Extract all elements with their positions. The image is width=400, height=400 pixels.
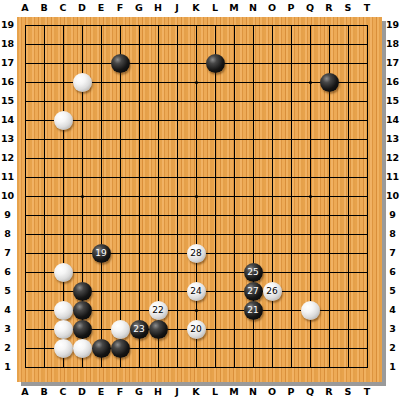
column-label-bottom-N: N (244, 385, 262, 399)
column-label-top-S: S (339, 1, 357, 15)
column-label-top-Q: Q (301, 1, 319, 15)
row-label-left-16: 16 (0, 75, 15, 89)
stone-black-N6[interactable]: 25 (244, 263, 263, 282)
star-point (195, 309, 198, 312)
column-label-top-L: L (206, 1, 224, 15)
column-label-top-O: O (263, 1, 281, 15)
move-number: 23 (133, 320, 144, 339)
column-label-bottom-P: P (282, 385, 300, 399)
column-label-bottom-D: D (73, 385, 91, 399)
column-label-top-K: K (187, 1, 205, 15)
column-label-bottom-M: M (225, 385, 243, 399)
column-label-bottom-J: J (168, 385, 186, 399)
stone-black-G3[interactable]: 23 (130, 320, 149, 339)
move-number: 26 (266, 282, 277, 301)
row-label-left-14: 14 (0, 113, 15, 127)
column-label-bottom-R: R (320, 385, 338, 399)
row-label-right-3: 3 (385, 322, 400, 336)
move-number: 27 (247, 282, 258, 301)
stone-white-D2[interactable] (73, 339, 92, 358)
stone-black-D3[interactable] (73, 320, 92, 339)
row-label-right-11: 11 (385, 170, 400, 184)
board-grid[interactable]: 19282524272622212320 (16, 16, 377, 377)
column-label-top-J: J (168, 1, 186, 15)
column-label-bottom-C: C (54, 385, 72, 399)
row-label-left-11: 11 (0, 170, 15, 184)
stone-black-N5[interactable]: 27 (244, 282, 263, 301)
star-point (309, 81, 312, 84)
row-label-right-4: 4 (385, 303, 400, 317)
column-label-top-C: C (54, 1, 72, 15)
column-label-top-E: E (92, 1, 110, 15)
row-label-right-2: 2 (385, 341, 400, 355)
move-number: 25 (247, 263, 258, 282)
column-label-top-T: T (358, 1, 376, 15)
column-label-bottom-G: G (130, 385, 148, 399)
stone-white-C6[interactable] (54, 263, 73, 282)
stone-white-K7[interactable]: 28 (187, 244, 206, 263)
row-label-right-16: 16 (385, 75, 400, 89)
row-label-left-15: 15 (0, 94, 15, 108)
row-label-right-6: 6 (385, 265, 400, 279)
go-board-page: 19282524272622212320 ABCDEFGHJKLMNOPQRST… (0, 0, 400, 400)
row-label-right-19: 19 (385, 18, 400, 32)
stone-black-F17[interactable] (111, 54, 130, 73)
column-label-top-G: G (130, 1, 148, 15)
stone-black-D5[interactable] (73, 282, 92, 301)
row-label-left-13: 13 (0, 132, 15, 146)
row-label-right-15: 15 (385, 94, 400, 108)
column-label-bottom-S: S (339, 385, 357, 399)
column-label-top-H: H (149, 1, 167, 15)
row-label-right-7: 7 (385, 246, 400, 260)
row-label-left-18: 18 (0, 37, 15, 51)
column-label-bottom-O: O (263, 385, 281, 399)
column-label-bottom-F: F (111, 385, 129, 399)
row-label-left-17: 17 (0, 56, 15, 70)
column-label-bottom-B: B (35, 385, 53, 399)
stone-white-C3[interactable] (54, 320, 73, 339)
column-label-top-F: F (111, 1, 129, 15)
column-label-top-N: N (244, 1, 262, 15)
stone-black-E2[interactable] (92, 339, 111, 358)
row-label-left-6: 6 (0, 265, 15, 279)
row-label-left-9: 9 (0, 208, 15, 222)
column-label-bottom-T: T (358, 385, 376, 399)
row-label-right-8: 8 (385, 227, 400, 241)
column-label-top-P: P (282, 1, 300, 15)
move-number: 21 (247, 301, 258, 320)
move-number: 20 (190, 320, 201, 339)
row-label-right-17: 17 (385, 56, 400, 70)
stone-white-C14[interactable] (54, 111, 73, 130)
stone-black-E7[interactable]: 19 (92, 244, 111, 263)
column-label-bottom-H: H (149, 385, 167, 399)
row-label-left-1: 1 (0, 360, 15, 374)
stone-black-L17[interactable] (206, 54, 225, 73)
star-point (81, 195, 84, 198)
row-label-right-10: 10 (385, 189, 400, 203)
row-label-right-18: 18 (385, 37, 400, 51)
star-point (195, 195, 198, 198)
stone-black-H3[interactable] (149, 320, 168, 339)
stone-white-K5[interactable]: 24 (187, 282, 206, 301)
row-label-left-19: 19 (0, 18, 15, 32)
column-label-top-D: D (73, 1, 91, 15)
row-label-right-14: 14 (385, 113, 400, 127)
stone-black-D4[interactable] (73, 301, 92, 320)
stone-black-F2[interactable] (111, 339, 130, 358)
row-label-left-10: 10 (0, 189, 15, 203)
stone-white-O5[interactable]: 26 (263, 282, 282, 301)
stone-white-C4[interactable] (54, 301, 73, 320)
column-label-bottom-Q: Q (301, 385, 319, 399)
stone-white-F3[interactable] (111, 320, 130, 339)
row-label-left-2: 2 (0, 341, 15, 355)
star-point (309, 195, 312, 198)
row-label-left-7: 7 (0, 246, 15, 260)
row-label-left-3: 3 (0, 322, 15, 336)
goban[interactable]: 19282524272622212320 (17, 17, 382, 382)
row-label-left-5: 5 (0, 284, 15, 298)
column-label-bottom-L: L (206, 385, 224, 399)
star-point (195, 81, 198, 84)
row-label-right-12: 12 (385, 151, 400, 165)
stone-black-R16[interactable] (320, 73, 339, 92)
column-label-bottom-K: K (187, 385, 205, 399)
column-label-bottom-A: A (16, 385, 34, 399)
column-label-bottom-E: E (92, 385, 110, 399)
row-label-right-13: 13 (385, 132, 400, 146)
row-label-right-9: 9 (385, 208, 400, 222)
move-number: 22 (152, 301, 163, 320)
row-label-right-5: 5 (385, 284, 400, 298)
stone-white-C2[interactable] (54, 339, 73, 358)
row-label-left-8: 8 (0, 227, 15, 241)
row-label-left-4: 4 (0, 303, 15, 317)
stone-white-K3[interactable]: 20 (187, 320, 206, 339)
stone-white-Q4[interactable] (301, 301, 320, 320)
move-number: 24 (190, 282, 201, 301)
row-label-right-1: 1 (385, 360, 400, 374)
column-label-top-R: R (320, 1, 338, 15)
move-number: 28 (190, 244, 201, 263)
stone-white-D16[interactable] (73, 73, 92, 92)
column-label-top-M: M (225, 1, 243, 15)
stone-white-H4[interactable]: 22 (149, 301, 168, 320)
move-number: 19 (95, 244, 106, 263)
row-label-left-12: 12 (0, 151, 15, 165)
column-label-top-B: B (35, 1, 53, 15)
stone-black-N4[interactable]: 21 (244, 301, 263, 320)
column-label-top-A: A (16, 1, 34, 15)
